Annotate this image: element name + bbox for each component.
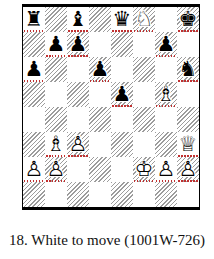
square-d7 (89, 32, 111, 57)
square-h8: ♚ (177, 7, 199, 32)
square-e7 (111, 32, 133, 57)
piece-white-bishop-g5: ♗ (155, 82, 177, 107)
square-d4 (89, 107, 111, 132)
piece-black-pawn-b7: ♟ (45, 32, 67, 57)
piece-black-pawn-d6: ♟ (89, 57, 111, 82)
piece-black-queen-e8: ♛ (111, 7, 133, 32)
piece-black-king-h8: ♚ (177, 7, 199, 32)
square-e5: ♟ (111, 82, 133, 107)
square-g2: ♟♙ (155, 157, 177, 182)
square-b3: ♝♗ (45, 132, 67, 157)
square-d5 (89, 82, 111, 107)
square-f5 (133, 82, 155, 107)
square-c1 (67, 182, 89, 207)
square-b4 (45, 107, 67, 132)
chess-board: ♜♝♛♞♘♚♟♟♟♟♟♞♟♝♗♝♗♟♙♛♕♟♙♟♙♚♔♟♙♟♙ (22, 4, 200, 210)
square-g5: ♝♗ (155, 82, 177, 107)
square-a4 (23, 107, 45, 132)
piece-white-queen-h3: ♕ (177, 132, 199, 157)
square-c6 (67, 57, 89, 82)
piece-black-bishop-c8: ♝ (67, 7, 89, 32)
square-h7 (177, 32, 199, 57)
square-a6: ♟ (23, 57, 45, 82)
square-a8: ♜ (23, 7, 45, 32)
square-a5 (23, 82, 45, 107)
diagram-caption: 18. White to move (1001W-726) (0, 232, 214, 249)
square-g8 (155, 7, 177, 32)
square-e2 (111, 157, 133, 182)
square-c4 (67, 107, 89, 132)
square-h2: ♟♙ (177, 157, 199, 182)
square-d3 (89, 132, 111, 157)
piece-white-pawn-b2: ♙ (45, 157, 67, 182)
piece-white-pawn-a2: ♙ (23, 157, 45, 182)
square-f2: ♚♔ (133, 157, 155, 182)
square-c3: ♟♙ (67, 132, 89, 157)
piece-black-pawn-e5: ♟ (111, 82, 133, 107)
square-d1 (89, 182, 111, 207)
square-b8 (45, 7, 67, 32)
square-c7: ♟ (67, 32, 89, 57)
square-d6: ♟ (89, 57, 111, 82)
square-h5 (177, 82, 199, 107)
square-f8: ♞♘ (133, 7, 155, 32)
square-b5 (45, 82, 67, 107)
square-b7: ♟ (45, 32, 67, 57)
square-e4 (111, 107, 133, 132)
square-g4 (155, 107, 177, 132)
piece-black-pawn-g7: ♟ (155, 32, 177, 57)
piece-black-pawn-c7: ♟ (67, 32, 89, 57)
piece-black-pawn-a6: ♟ (23, 57, 45, 82)
chess-diagram: ♜♝♛♞♘♚♟♟♟♟♟♞♟♝♗♝♗♟♙♛♕♟♙♟♙♚♔♟♙♟♙ (22, 4, 200, 210)
square-e6 (111, 57, 133, 82)
piece-black-rook-a8: ♜ (23, 7, 45, 32)
square-a2: ♟♙ (23, 157, 45, 182)
piece-white-bishop-b3: ♗ (45, 132, 67, 157)
square-g6 (155, 57, 177, 82)
square-g7: ♟ (155, 32, 177, 57)
piece-white-king-f2: ♔ (133, 157, 155, 182)
square-f1 (133, 182, 155, 207)
square-g3 (155, 132, 177, 157)
square-h6: ♞ (177, 57, 199, 82)
square-g1 (155, 182, 177, 207)
square-a7 (23, 32, 45, 57)
square-b6 (45, 57, 67, 82)
square-d2 (89, 157, 111, 182)
square-e1 (111, 182, 133, 207)
square-b1 (45, 182, 67, 207)
square-a1 (23, 182, 45, 207)
piece-white-knight-f8: ♘ (133, 7, 155, 32)
square-e3 (111, 132, 133, 157)
square-f7 (133, 32, 155, 57)
square-d8 (89, 7, 111, 32)
square-c5 (67, 82, 89, 107)
square-h3: ♛♕ (177, 132, 199, 157)
piece-white-pawn-h2: ♙ (177, 157, 199, 182)
square-f4 (133, 107, 155, 132)
square-f6 (133, 57, 155, 82)
square-f3 (133, 132, 155, 157)
square-b2: ♟♙ (45, 157, 67, 182)
piece-white-pawn-c3: ♙ (67, 132, 89, 157)
square-a3 (23, 132, 45, 157)
square-c8: ♝ (67, 7, 89, 32)
square-c2 (67, 157, 89, 182)
square-h4 (177, 107, 199, 132)
piece-white-pawn-g2: ♙ (155, 157, 177, 182)
piece-black-knight-h6: ♞ (177, 57, 199, 82)
book-diagram-page: ♜♝♛♞♘♚♟♟♟♟♟♞♟♝♗♝♗♟♙♛♕♟♙♟♙♚♔♟♙♟♙ 18. Whit… (0, 0, 214, 259)
square-e8: ♛ (111, 7, 133, 32)
square-h1 (177, 182, 199, 207)
